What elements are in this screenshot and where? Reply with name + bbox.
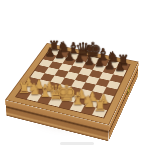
piece-white-rook: ♜	[89, 97, 111, 112]
piece-white-pawn: ♟	[49, 83, 70, 95]
piece-white-pawn: ♟	[82, 90, 103, 103]
piece-white-knight: ♞	[24, 81, 45, 97]
piece-white-pawn: ♟	[39, 80, 60, 92]
piece-white-pawn: ♟	[93, 93, 114, 106]
piece-white-king: ♚	[56, 82, 77, 104]
piece-white-pawn: ♟	[60, 85, 81, 98]
piece-white-pawn: ♟	[71, 88, 92, 101]
piece-white-bishop: ♝	[67, 90, 88, 107]
piece-white-knight: ♞	[78, 94, 99, 110]
chess-box: ♜♞♝♛♚♝♞♜♟♟♟♟♟♟♟♟♟♟♟♟♟♟♟♟♜♞♝♛♚♝♞♜	[5, 43, 139, 125]
piece-white-rook: ♜	[13, 80, 34, 94]
watermark	[60, 142, 94, 145]
scene: ♜♞♝♛♚♝♞♜♟♟♟♟♟♟♟♟♟♟♟♟♟♟♟♟♜♞♝♛♚♝♞♜	[0, 0, 150, 150]
product-photo: ♜♞♝♛♚♝♞♜♟♟♟♟♟♟♟♟♟♟♟♟♟♟♟♟♜♞♝♛♚♝♞♜	[0, 0, 150, 150]
piece-white-bishop: ♝	[34, 83, 55, 100]
piece-white-queen: ♛	[45, 82, 66, 102]
brass-latch-icon	[127, 85, 130, 95]
